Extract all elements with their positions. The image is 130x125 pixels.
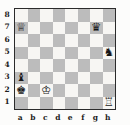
square-b7[interactable] [28, 22, 41, 35]
square-h5[interactable]: ♞ [103, 47, 116, 60]
square-g3[interactable] [90, 72, 103, 85]
square-h6[interactable] [103, 34, 116, 47]
square-d7[interactable] [53, 22, 66, 35]
white-queen-icon: ♕ [16, 22, 26, 34]
file-label-d: d [52, 111, 65, 123]
square-h1[interactable]: ♖ [103, 97, 116, 110]
black-knight-icon: ♞ [104, 47, 114, 59]
square-f6[interactable] [78, 34, 91, 47]
square-b8[interactable] [28, 9, 41, 22]
square-b1[interactable] [28, 97, 41, 110]
square-a1[interactable] [15, 97, 28, 110]
square-c8[interactable] [40, 9, 53, 22]
rank-label-6: 6 [1, 33, 13, 46]
square-g2[interactable] [90, 84, 103, 97]
square-b2[interactable] [28, 84, 41, 97]
black-king-icon: ♚ [16, 84, 26, 96]
file-label-f: f [77, 111, 90, 123]
file-label-g: g [89, 111, 102, 123]
square-f8[interactable] [78, 9, 91, 22]
square-e2[interactable] [65, 84, 78, 97]
square-g1[interactable] [90, 97, 103, 110]
rank-label-5: 5 [1, 46, 13, 59]
file-label-a: a [14, 111, 27, 123]
square-a6[interactable] [15, 34, 28, 47]
square-d5[interactable] [53, 47, 66, 60]
square-d8[interactable] [53, 9, 66, 22]
square-a8[interactable] [15, 9, 28, 22]
square-a5[interactable] [15, 47, 28, 60]
square-g5[interactable] [90, 47, 103, 60]
square-a2[interactable]: ♚ [15, 84, 28, 97]
rank-label-2: 2 [1, 83, 13, 96]
chess-board: ♕♛♞♝♚♔♖ [14, 8, 116, 110]
square-d1[interactable] [53, 97, 66, 110]
square-f3[interactable] [78, 72, 91, 85]
square-e7[interactable] [65, 22, 78, 35]
square-f7[interactable] [78, 22, 91, 35]
square-b5[interactable] [28, 47, 41, 60]
square-f1[interactable] [78, 97, 91, 110]
square-c1[interactable] [40, 97, 53, 110]
white-rook-icon: ♖ [104, 97, 114, 109]
file-label-e: e [64, 111, 77, 123]
square-g4[interactable] [90, 59, 103, 72]
square-e3[interactable] [65, 72, 78, 85]
rank-labels: 87654321 [1, 8, 13, 108]
square-a4[interactable] [15, 59, 28, 72]
file-label-h: h [102, 111, 115, 123]
square-h4[interactable] [103, 59, 116, 72]
square-c2[interactable]: ♔ [40, 84, 53, 97]
square-g8[interactable] [90, 9, 103, 22]
square-e1[interactable] [65, 97, 78, 110]
square-e6[interactable] [65, 34, 78, 47]
rank-label-3: 3 [1, 71, 13, 84]
square-e8[interactable] [65, 9, 78, 22]
black-bishop-icon: ♝ [16, 72, 26, 84]
square-h3[interactable] [103, 72, 116, 85]
rank-label-7: 7 [1, 21, 13, 34]
square-c5[interactable] [40, 47, 53, 60]
rank-label-8: 8 [1, 8, 13, 21]
square-a7[interactable]: ♕ [15, 22, 28, 35]
square-a3[interactable]: ♝ [15, 72, 28, 85]
black-queen-icon: ♛ [91, 22, 101, 34]
square-b4[interactable] [28, 59, 41, 72]
square-b6[interactable] [28, 34, 41, 47]
square-f4[interactable] [78, 59, 91, 72]
file-labels: abcdefgh [14, 111, 116, 123]
square-g6[interactable] [90, 34, 103, 47]
square-d6[interactable] [53, 34, 66, 47]
square-f2[interactable] [78, 84, 91, 97]
square-d4[interactable] [53, 59, 66, 72]
square-c6[interactable] [40, 34, 53, 47]
square-g7[interactable]: ♛ [90, 22, 103, 35]
file-label-b: b [27, 111, 40, 123]
rank-label-1: 1 [1, 96, 13, 109]
square-d2[interactable] [53, 84, 66, 97]
square-c7[interactable] [40, 22, 53, 35]
square-b3[interactable] [28, 72, 41, 85]
square-c3[interactable] [40, 72, 53, 85]
square-c4[interactable] [40, 59, 53, 72]
white-king-icon: ♔ [41, 84, 51, 96]
chess-diagram: 87654321 ♕♛♞♝♚♔♖ abcdefgh [0, 0, 130, 125]
square-h2[interactable] [103, 84, 116, 97]
square-d3[interactable] [53, 72, 66, 85]
square-h8[interactable] [103, 9, 116, 22]
square-e5[interactable] [65, 47, 78, 60]
rank-label-4: 4 [1, 58, 13, 71]
square-e4[interactable] [65, 59, 78, 72]
file-label-c: c [39, 111, 52, 123]
square-f5[interactable] [78, 47, 91, 60]
square-h7[interactable] [103, 22, 116, 35]
